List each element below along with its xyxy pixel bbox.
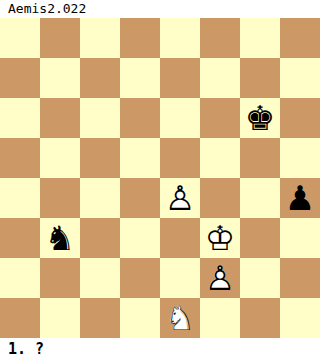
square-b4[interactable] — [40, 178, 80, 218]
square-b7[interactable] — [40, 58, 80, 98]
square-a5[interactable] — [0, 138, 40, 178]
square-g8[interactable] — [240, 18, 280, 58]
square-g3[interactable] — [240, 218, 280, 258]
square-b2[interactable] — [40, 258, 80, 298]
black-knight-glyph: ♞ — [40, 218, 80, 258]
white-pawn: ♟♙ — [160, 178, 200, 218]
square-c6[interactable] — [80, 98, 120, 138]
square-a1[interactable] — [0, 298, 40, 338]
square-d1[interactable] — [120, 298, 160, 338]
white-pawn-glyph: ♙ — [200, 258, 240, 298]
square-f6[interactable] — [200, 98, 240, 138]
black-king-glyph: ♚ — [240, 98, 280, 138]
square-b8[interactable] — [40, 18, 80, 58]
square-a6[interactable] — [0, 98, 40, 138]
square-g7[interactable] — [240, 58, 280, 98]
square-a4[interactable] — [0, 178, 40, 218]
square-e8[interactable] — [160, 18, 200, 58]
black-pawn-glyph: ♟ — [280, 178, 320, 218]
title-bar: Aemis2.022 — [0, 0, 320, 18]
square-a2[interactable] — [0, 258, 40, 298]
square-d3[interactable] — [120, 218, 160, 258]
square-b6[interactable] — [40, 98, 80, 138]
square-f2[interactable]: ♟♙ — [200, 258, 240, 298]
square-g1[interactable] — [240, 298, 280, 338]
square-h8[interactable] — [280, 18, 320, 58]
chess-board: ♚♟♙♟♞♚♔♟♙♞♘ — [0, 18, 320, 338]
square-c8[interactable] — [80, 18, 120, 58]
square-e3[interactable] — [160, 218, 200, 258]
square-c7[interactable] — [80, 58, 120, 98]
square-g2[interactable] — [240, 258, 280, 298]
square-f8[interactable] — [200, 18, 240, 58]
square-a8[interactable] — [0, 18, 40, 58]
square-g5[interactable] — [240, 138, 280, 178]
square-d4[interactable] — [120, 178, 160, 218]
white-king-glyph: ♔ — [200, 218, 240, 258]
white-knight-glyph: ♘ — [160, 298, 200, 338]
square-e6[interactable] — [160, 98, 200, 138]
square-a7[interactable] — [0, 58, 40, 98]
square-h6[interactable] — [280, 98, 320, 138]
white-knight: ♞♘ — [160, 298, 200, 338]
square-h1[interactable] — [280, 298, 320, 338]
black-king: ♚ — [240, 98, 280, 138]
square-h2[interactable] — [280, 258, 320, 298]
square-c2[interactable] — [80, 258, 120, 298]
square-h3[interactable] — [280, 218, 320, 258]
square-f5[interactable] — [200, 138, 240, 178]
square-c1[interactable] — [80, 298, 120, 338]
square-e7[interactable] — [160, 58, 200, 98]
square-a3[interactable] — [0, 218, 40, 258]
black-knight: ♞ — [40, 218, 80, 258]
square-d8[interactable] — [120, 18, 160, 58]
square-e2[interactable] — [160, 258, 200, 298]
move-prompt: 1. ? — [0, 338, 44, 360]
square-h5[interactable] — [280, 138, 320, 178]
white-pawn-glyph: ♙ — [160, 178, 200, 218]
chess-app-window: Aemis2.022 ♚♟♙♟♞♚♔♟♙♞♘ 1. ? — [0, 0, 320, 360]
app-title: Aemis2.022 — [0, 0, 86, 18]
square-g4[interactable] — [240, 178, 280, 218]
square-d5[interactable] — [120, 138, 160, 178]
square-c4[interactable] — [80, 178, 120, 218]
square-b5[interactable] — [40, 138, 80, 178]
square-f1[interactable] — [200, 298, 240, 338]
square-d7[interactable] — [120, 58, 160, 98]
square-g6[interactable]: ♚ — [240, 98, 280, 138]
square-f3[interactable]: ♚♔ — [200, 218, 240, 258]
square-d6[interactable] — [120, 98, 160, 138]
square-b3[interactable]: ♞ — [40, 218, 80, 258]
square-h4[interactable]: ♟ — [280, 178, 320, 218]
square-c5[interactable] — [80, 138, 120, 178]
square-e1[interactable]: ♞♘ — [160, 298, 200, 338]
status-bar: 1. ? — [0, 338, 320, 360]
square-c3[interactable] — [80, 218, 120, 258]
black-pawn: ♟ — [280, 178, 320, 218]
square-h7[interactable] — [280, 58, 320, 98]
square-d2[interactable] — [120, 258, 160, 298]
white-king: ♚♔ — [200, 218, 240, 258]
square-e5[interactable] — [160, 138, 200, 178]
square-f7[interactable] — [200, 58, 240, 98]
square-f4[interactable] — [200, 178, 240, 218]
square-e4[interactable]: ♟♙ — [160, 178, 200, 218]
white-pawn: ♟♙ — [200, 258, 240, 298]
square-b1[interactable] — [40, 298, 80, 338]
